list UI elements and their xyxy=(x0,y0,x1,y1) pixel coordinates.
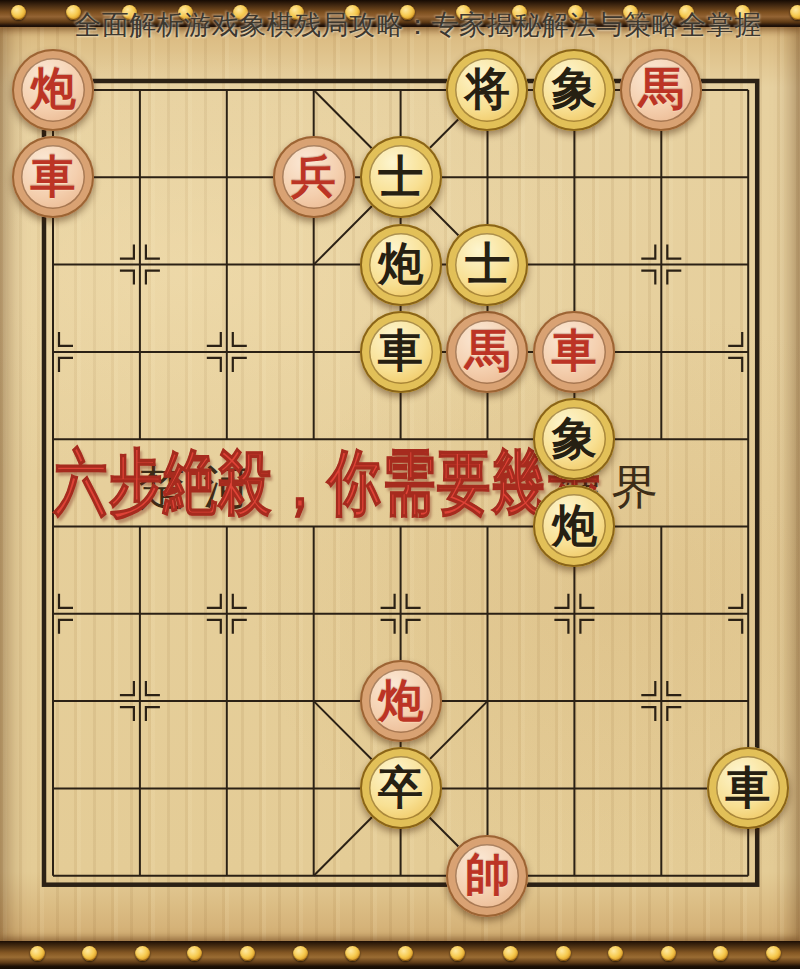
piece-label: 馬 xyxy=(465,328,510,373)
piece-label: 将 xyxy=(465,66,510,111)
piece-label: 炮 xyxy=(30,66,75,111)
rivet-icon xyxy=(293,946,308,961)
rivet-icon xyxy=(11,5,26,20)
piece-red-帥-f5r9[interactable]: 帥 xyxy=(446,835,528,917)
piece-black-車-f8r8[interactable]: 車 xyxy=(707,747,789,829)
piece-label: 車 xyxy=(30,154,75,199)
piece-red-炮-f4r7[interactable]: 炮 xyxy=(360,660,442,742)
piece-label: 馬 xyxy=(639,66,684,111)
piece-label: 卒 xyxy=(378,765,423,810)
piece-black-炮-f6r5[interactable]: 炮 xyxy=(533,485,615,567)
piece-label: 車 xyxy=(378,328,423,373)
piece-black-士-f4r1[interactable]: 士 xyxy=(360,136,442,218)
piece-red-車-f6r3[interactable]: 車 xyxy=(533,311,615,393)
piece-red-兵-f3r1[interactable]: 兵 xyxy=(273,136,355,218)
page-title: 全面解析游戏象棋残局攻略：专家揭秘解法与策略全掌握 xyxy=(74,7,762,43)
piece-label: 兵 xyxy=(291,154,336,199)
rivet-icon xyxy=(187,946,202,961)
piece-label: 車 xyxy=(552,328,597,373)
piece-black-車-f4r3[interactable]: 車 xyxy=(360,311,442,393)
rivet-icon xyxy=(345,946,360,961)
rivet-icon xyxy=(82,946,97,961)
rivet-icon xyxy=(790,5,800,20)
piece-black-象-f6r0[interactable]: 象 xyxy=(533,49,615,131)
rivet-icon xyxy=(556,946,571,961)
bottom-decorative-bar xyxy=(0,941,800,969)
piece-label: 炮 xyxy=(378,678,423,723)
piece-label: 炮 xyxy=(552,503,597,548)
board-grid[interactable]: 炮車兵馬馬車炮帥将象士炮士車象炮卒車 xyxy=(10,46,792,919)
piece-red-炮-f0r0[interactable]: 炮 xyxy=(12,49,94,131)
piece-black-士-f5r2[interactable]: 士 xyxy=(446,224,528,306)
rivet-icon xyxy=(608,946,623,961)
piece-label: 象 xyxy=(552,66,597,111)
rivet-icon xyxy=(30,946,45,961)
rivet-icon xyxy=(766,946,781,961)
rivet-icon xyxy=(240,946,255,961)
piece-label: 象 xyxy=(552,416,597,461)
piece-label: 車 xyxy=(726,765,771,810)
piece-red-馬-f5r3[interactable]: 馬 xyxy=(446,311,528,393)
piece-red-馬-f7r0[interactable]: 馬 xyxy=(620,49,702,131)
piece-label: 炮 xyxy=(378,241,423,286)
rivet-icon xyxy=(135,946,150,961)
rivet-icon xyxy=(713,946,728,961)
rivet-icon xyxy=(450,946,465,961)
piece-black-卒-f4r8[interactable]: 卒 xyxy=(360,747,442,829)
xiangqi-screenshot: 楚河 漢界 六步絶殺，你需要幾步 炮車兵馬馬車炮帥将象士炮士車象炮卒車 全面解析… xyxy=(0,0,800,969)
piece-label: 士 xyxy=(378,154,423,199)
rivet-icon xyxy=(398,946,413,961)
piece-label: 士 xyxy=(465,241,510,286)
rivet-icon xyxy=(661,946,676,961)
piece-black-象-f6r4[interactable]: 象 xyxy=(533,398,615,480)
piece-black-将-f5r0[interactable]: 将 xyxy=(446,49,528,131)
piece-label: 帥 xyxy=(465,852,510,897)
piece-red-車-f0r1[interactable]: 車 xyxy=(12,136,94,218)
piece-black-炮-f4r2[interactable]: 炮 xyxy=(360,224,442,306)
rivet-icon xyxy=(503,946,518,961)
